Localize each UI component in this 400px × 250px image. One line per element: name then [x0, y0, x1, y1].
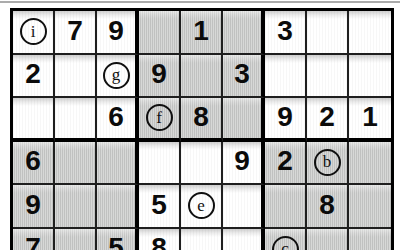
cell-r2c7[interactable]: [265, 55, 307, 99]
cell-r2c6[interactable]: 3: [223, 55, 265, 99]
cell-r4c5[interactable]: [181, 142, 223, 186]
cell-r1c2[interactable]: 7: [55, 11, 97, 55]
cell-r2c3[interactable]: g: [97, 55, 139, 99]
cell-r2c5[interactable]: [181, 55, 223, 99]
cell-r1c6[interactable]: [223, 11, 265, 55]
cell-r6c2[interactable]: [55, 229, 97, 250]
cell-r2c2[interactable]: [55, 55, 97, 99]
given-digit: 3: [234, 60, 250, 88]
cell-r5c8[interactable]: 8: [307, 185, 349, 229]
cell-r5c5[interactable]: e: [181, 185, 223, 229]
given-digit: 8: [319, 191, 335, 219]
cell-r6c3[interactable]: 5: [97, 229, 139, 250]
cell-r1c3[interactable]: 9: [97, 11, 139, 55]
cell-r3c3[interactable]: 6: [97, 98, 139, 142]
cell-r3c8[interactable]: 2: [307, 98, 349, 142]
cell-r4c4[interactable]: [139, 142, 181, 186]
cell-r1c8[interactable]: [307, 11, 349, 55]
cell-r6c1[interactable]: 7: [13, 229, 55, 250]
given-digit: 8: [151, 234, 167, 250]
cell-r1c9[interactable]: [349, 11, 391, 55]
given-digit: 5: [108, 234, 124, 250]
cell-r3c6[interactable]: [223, 98, 265, 142]
given-digit: 9: [25, 191, 41, 219]
cell-r5c4[interactable]: 5: [139, 185, 181, 229]
cell-r6c5[interactable]: [181, 229, 223, 250]
cell-r6c8[interactable]: [307, 229, 349, 250]
given-digit: 7: [67, 17, 83, 45]
cell-r6c4[interactable]: 8: [139, 229, 181, 250]
given-digit: 9: [277, 103, 293, 131]
cell-r2c4[interactable]: 9: [139, 55, 181, 99]
given-digit: 9: [108, 17, 124, 45]
cell-r3c9[interactable]: 1: [349, 98, 391, 142]
cell-r5c1[interactable]: 9: [13, 185, 55, 229]
given-digit: 8: [193, 103, 209, 131]
cell-r4c6[interactable]: 9: [223, 142, 265, 186]
cell-r5c9[interactable]: [349, 185, 391, 229]
given-digit: 9: [151, 60, 167, 88]
circled-letter-e: e: [188, 192, 215, 219]
cell-r3c1[interactable]: [13, 98, 55, 142]
cell-r5c6[interactable]: [223, 185, 265, 229]
sudoku-screenshot: i79132g936f8921692b95e8758c: [0, 0, 400, 250]
cell-r6c9[interactable]: [349, 229, 391, 250]
cell-r3c2[interactable]: [55, 98, 97, 142]
sudoku-board: i79132g936f8921692b95e8758c: [10, 8, 394, 250]
top-rule: [0, 1, 400, 3]
cell-r6c6[interactable]: [223, 229, 265, 250]
cell-r4c8[interactable]: b: [307, 142, 349, 186]
given-digit: 1: [193, 17, 209, 45]
given-digit: 2: [25, 60, 41, 88]
cell-r2c9[interactable]: [349, 55, 391, 99]
circled-letter-i: i: [20, 18, 47, 45]
cell-r3c7[interactable]: 9: [265, 98, 307, 142]
given-digit: 2: [319, 103, 335, 131]
cell-r1c5[interactable]: 1: [181, 11, 223, 55]
cell-r5c3[interactable]: [97, 185, 139, 229]
cell-r2c8[interactable]: [307, 55, 349, 99]
given-digit: 6: [25, 147, 41, 175]
cell-r4c1[interactable]: 6: [13, 142, 55, 186]
circled-letter-b: b: [314, 149, 341, 176]
cell-r4c2[interactable]: [55, 142, 97, 186]
cell-r2c1[interactable]: 2: [13, 55, 55, 99]
given-digit: 3: [277, 17, 293, 45]
cell-r1c4[interactable]: [139, 11, 181, 55]
cell-r1c1[interactable]: i: [13, 11, 55, 55]
given-digit: 9: [234, 147, 250, 175]
cell-r5c2[interactable]: [55, 185, 97, 229]
cell-r4c3[interactable]: [97, 142, 139, 186]
circled-letter-g: g: [103, 62, 130, 89]
given-digit: 6: [108, 103, 124, 131]
cell-r5c7[interactable]: [265, 185, 307, 229]
circled-letter-f: f: [146, 104, 173, 131]
cell-r3c4[interactable]: f: [139, 98, 181, 142]
cell-r1c7[interactable]: 3: [265, 11, 307, 55]
given-digit: 1: [362, 103, 378, 131]
circled-letter-c: c: [272, 236, 299, 250]
given-digit: 2: [277, 147, 293, 175]
given-digit: 5: [151, 191, 167, 219]
cell-r4c7[interactable]: 2: [265, 142, 307, 186]
cell-r4c9[interactable]: [349, 142, 391, 186]
cell-r6c7[interactable]: c: [265, 229, 307, 250]
given-digit: 7: [25, 234, 41, 250]
cell-r3c5[interactable]: 8: [181, 98, 223, 142]
